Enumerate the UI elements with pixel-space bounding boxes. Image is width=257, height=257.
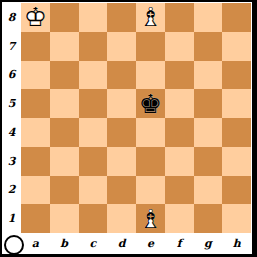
white-bishop[interactable]: ♝♗ [136, 204, 165, 233]
square-h3[interactable] [222, 147, 251, 176]
white-bishop[interactable]: ♝♗ [136, 3, 165, 32]
square-e4[interactable] [136, 118, 165, 147]
square-g4[interactable] [194, 118, 223, 147]
rank-labels: 87654321 [2, 3, 21, 233]
file-label-g: g [194, 233, 223, 253]
file-label-f: f [165, 233, 194, 253]
square-e7[interactable] [136, 32, 165, 61]
white-to-move-indicator [4, 235, 24, 255]
square-c7[interactable] [79, 32, 108, 61]
file-label-h: h [222, 233, 251, 253]
square-b1[interactable] [50, 204, 79, 233]
square-f4[interactable] [165, 118, 194, 147]
square-d3[interactable] [107, 147, 136, 176]
square-a4[interactable] [21, 118, 50, 147]
square-h8[interactable] [222, 3, 251, 32]
square-g6[interactable] [194, 61, 223, 90]
file-label-b: b [50, 233, 79, 253]
board[interactable]: ♚♔♝♗♚♝♗ [21, 3, 251, 233]
square-d6[interactable] [107, 61, 136, 90]
square-f5[interactable] [165, 89, 194, 118]
square-c6[interactable] [79, 61, 108, 90]
square-f2[interactable] [165, 176, 194, 205]
square-a8[interactable]: ♚♔ [21, 3, 50, 32]
white-king-outline: ♔ [21, 3, 50, 32]
square-d8[interactable] [107, 3, 136, 32]
file-label-d: d [107, 233, 136, 253]
rank-label-4: 4 [2, 118, 21, 147]
square-h5[interactable] [222, 89, 251, 118]
square-g7[interactable] [194, 32, 223, 61]
file-label-e: e [136, 233, 165, 253]
square-c1[interactable] [79, 204, 108, 233]
square-g5[interactable] [194, 89, 223, 118]
white-bishop-outline: ♗ [136, 204, 165, 233]
square-c4[interactable] [79, 118, 108, 147]
square-d4[interactable] [107, 118, 136, 147]
rank-label-5: 5 [2, 89, 21, 118]
white-bishop-outline: ♗ [136, 3, 165, 32]
black-king-glyph: ♚ [136, 89, 165, 118]
square-e3[interactable] [136, 147, 165, 176]
square-b3[interactable] [50, 147, 79, 176]
rank-label-1: 1 [2, 204, 21, 233]
square-e6[interactable] [136, 61, 165, 90]
square-a5[interactable] [21, 89, 50, 118]
square-a7[interactable] [21, 32, 50, 61]
file-label-c: c [79, 233, 108, 253]
chess-diagram: 87654321 ♚♔♝♗♚♝♗ abcdefgh [0, 0, 257, 257]
square-c8[interactable] [79, 3, 108, 32]
white-king[interactable]: ♚♔ [21, 3, 50, 32]
square-h7[interactable] [222, 32, 251, 61]
file-label-a: a [21, 233, 50, 253]
square-f7[interactable] [165, 32, 194, 61]
square-g8[interactable] [194, 3, 223, 32]
square-f8[interactable] [165, 3, 194, 32]
square-b2[interactable] [50, 176, 79, 205]
rank-label-3: 3 [2, 147, 21, 176]
square-d7[interactable] [107, 32, 136, 61]
square-a1[interactable] [21, 204, 50, 233]
square-a2[interactable] [21, 176, 50, 205]
square-b7[interactable] [50, 32, 79, 61]
square-b6[interactable] [50, 61, 79, 90]
black-king[interactable]: ♚ [136, 89, 165, 118]
square-e1[interactable]: ♝♗ [136, 204, 165, 233]
square-f6[interactable] [165, 61, 194, 90]
square-d2[interactable] [107, 176, 136, 205]
rank-label-8: 8 [2, 3, 21, 32]
square-b8[interactable] [50, 3, 79, 32]
square-e2[interactable] [136, 176, 165, 205]
square-c3[interactable] [79, 147, 108, 176]
square-h2[interactable] [222, 176, 251, 205]
square-c5[interactable] [79, 89, 108, 118]
square-h6[interactable] [222, 61, 251, 90]
square-b5[interactable] [50, 89, 79, 118]
square-g3[interactable] [194, 147, 223, 176]
rank-label-2: 2 [2, 176, 21, 205]
rank-label-6: 6 [2, 61, 21, 90]
file-labels: abcdefgh [21, 233, 251, 253]
square-c2[interactable] [79, 176, 108, 205]
square-h4[interactable] [222, 118, 251, 147]
square-f1[interactable] [165, 204, 194, 233]
square-d5[interactable] [107, 89, 136, 118]
square-e8[interactable]: ♝♗ [136, 3, 165, 32]
square-g2[interactable] [194, 176, 223, 205]
square-b4[interactable] [50, 118, 79, 147]
square-f3[interactable] [165, 147, 194, 176]
square-d1[interactable] [107, 204, 136, 233]
square-a3[interactable] [21, 147, 50, 176]
square-g1[interactable] [194, 204, 223, 233]
square-a6[interactable] [21, 61, 50, 90]
square-h1[interactable] [222, 204, 251, 233]
square-e5[interactable]: ♚ [136, 89, 165, 118]
rank-label-7: 7 [2, 32, 21, 61]
